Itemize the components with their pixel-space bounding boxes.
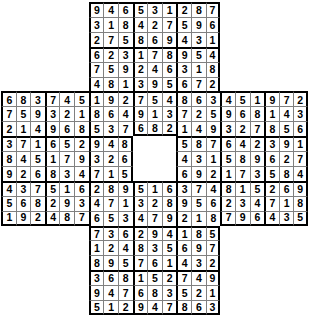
sudoku-cell-r10c9[interactable]: 8 — [118, 136, 133, 151]
sudoku-cell-r14c21[interactable]: 8 — [293, 196, 308, 211]
sudoku-cell-r13c19[interactable]: 2 — [264, 181, 279, 196]
sudoku-cell-r10c20[interactable]: 9 — [279, 136, 294, 151]
sudoku-cell-r7c13[interactable]: 8 — [176, 91, 191, 106]
sudoku-cell-r8c2[interactable]: 5 — [16, 106, 31, 121]
sudoku-cell-r11c7[interactable]: 3 — [89, 151, 104, 166]
sudoku-cell-r9c15[interactable]: 9 — [206, 121, 221, 136]
sudoku-cell-r15c19[interactable]: 4 — [264, 211, 279, 226]
sudoku-cell-r3c15[interactable]: 1 — [206, 32, 221, 47]
sudoku-cell-r3c8[interactable]: 7 — [103, 32, 118, 47]
empty-region — [250, 17, 265, 32]
sudoku-cell-r9c13[interactable]: 1 — [176, 121, 191, 136]
sudoku-cell-r5c12[interactable]: 6 — [162, 62, 177, 77]
sudoku-cell-r9c6[interactable]: 8 — [74, 121, 89, 136]
sudoku-cell-r1c11[interactable]: 3 — [147, 2, 162, 17]
sudoku-cell-r1c10[interactable]: 5 — [133, 2, 148, 17]
sudoku-cell-r14c10[interactable]: 3 — [133, 196, 148, 211]
sudoku-cell-r8c7[interactable]: 8 — [89, 106, 104, 121]
sudoku-cell-r9c20[interactable]: 5 — [279, 121, 294, 136]
sudoku-cell-r17c7[interactable]: 1 — [89, 240, 104, 255]
sudoku-cell-r2c8[interactable]: 1 — [103, 17, 118, 32]
sudoku-cell-r9c11[interactable]: 8 — [147, 121, 162, 136]
sudoku-cell-r15c13[interactable]: 2 — [176, 211, 191, 226]
sudoku-cell-r7c12[interactable]: 4 — [162, 91, 177, 106]
sudoku-cell-r7c20[interactable]: 7 — [279, 91, 294, 106]
sudoku-cell-r7c1[interactable]: 6 — [1, 91, 16, 106]
sudoku-cell-r10c7[interactable]: 9 — [89, 136, 104, 151]
sudoku-cell-r14c3[interactable]: 8 — [30, 196, 45, 211]
sudoku-cell-r9c3[interactable]: 4 — [30, 121, 45, 136]
sudoku-cell-r13c7[interactable]: 2 — [89, 181, 104, 196]
sudoku-cell-r7c16[interactable]: 4 — [220, 91, 235, 106]
sudoku-cell-r14c13[interactable]: 9 — [176, 196, 191, 211]
sudoku-cell-r7c4[interactable]: 7 — [45, 91, 60, 106]
sudoku-cell-r3c7[interactable]: 2 — [89, 32, 104, 47]
sudoku-cell-r20c7[interactable]: 9 — [89, 285, 104, 300]
sudoku-cell-r15c6[interactable]: 7 — [74, 211, 89, 226]
sudoku-cell-r18c12[interactable]: 1 — [162, 255, 177, 270]
sudoku-cell-r2c11[interactable]: 2 — [147, 17, 162, 32]
sudoku-cell-r7c8[interactable]: 9 — [103, 91, 118, 106]
sudoku-cell-r6c14[interactable]: 7 — [191, 77, 206, 92]
empty-region — [162, 136, 177, 151]
sudoku-cell-r1c9[interactable]: 6 — [118, 2, 133, 17]
sudoku-cell-r14c14[interactable]: 5 — [191, 196, 206, 211]
sudoku-cell-r8c6[interactable]: 1 — [74, 106, 89, 121]
sudoku-cell-r10c14[interactable]: 8 — [191, 136, 206, 151]
sudoku-cell-r20c8[interactable]: 4 — [103, 285, 118, 300]
sudoku-cell-r10c13[interactable]: 5 — [176, 136, 191, 151]
sudoku-cell-r4c8[interactable]: 2 — [103, 47, 118, 62]
sudoku-cell-r11c17[interactable]: 8 — [235, 151, 250, 166]
sudoku-cell-r7c14[interactable]: 6 — [191, 91, 206, 106]
empty-region — [250, 285, 265, 300]
sudoku-cell-r5c7[interactable]: 7 — [89, 62, 104, 77]
sudoku-cell-r9c18[interactable]: 7 — [250, 121, 265, 136]
sudoku-cell-r8c4[interactable]: 3 — [45, 106, 60, 121]
sudoku-cell-r11c3[interactable]: 5 — [30, 151, 45, 166]
sudoku-cell-r3c12[interactable]: 9 — [162, 32, 177, 47]
sudoku-cell-r7c10[interactable]: 7 — [133, 91, 148, 106]
sudoku-cell-r9c10[interactable]: 6 — [133, 121, 148, 136]
sudoku-cell-r18c9[interactable]: 5 — [118, 255, 133, 270]
sudoku-cell-r9c7[interactable]: 5 — [89, 121, 104, 136]
sudoku-cell-r14c2[interactable]: 6 — [16, 196, 31, 211]
sudoku-cell-r8c8[interactable]: 6 — [103, 106, 118, 121]
sudoku-cell-r14c4[interactable]: 2 — [45, 196, 60, 211]
sudoku-cell-r8c3[interactable]: 9 — [30, 106, 45, 121]
sudoku-cell-r15c17[interactable]: 9 — [235, 211, 250, 226]
sudoku-cell-r18c14[interactable]: 3 — [191, 255, 206, 270]
empty-region — [30, 226, 45, 241]
sudoku-cell-r18c15[interactable]: 2 — [206, 255, 221, 270]
sudoku-cell-r7c5[interactable]: 4 — [59, 91, 74, 106]
sudoku-cell-r14c17[interactable]: 3 — [235, 196, 250, 211]
sudoku-cell-r16c10[interactable]: 2 — [133, 226, 148, 241]
sudoku-cell-r20c10[interactable]: 6 — [133, 285, 148, 300]
sudoku-cell-r5c10[interactable]: 2 — [133, 62, 148, 77]
sudoku-cell-r21c7[interactable]: 5 — [89, 300, 104, 315]
sudoku-cell-r9c5[interactable]: 6 — [59, 121, 74, 136]
sudoku-cell-r12c21[interactable]: 4 — [293, 166, 308, 181]
sudoku-cell-r15c15[interactable]: 8 — [206, 211, 221, 226]
sudoku-cell-r13c3[interactable]: 7 — [30, 181, 45, 196]
sudoku-cell-r21c14[interactable]: 6 — [191, 300, 206, 315]
sudoku-cell-r1c8[interactable]: 4 — [103, 2, 118, 17]
sudoku-cell-r11c8[interactable]: 2 — [103, 151, 118, 166]
empty-region — [59, 62, 74, 77]
empty-region — [220, 255, 235, 270]
sudoku-cell-r15c11[interactable]: 7 — [147, 211, 162, 226]
sudoku-cell-r13c15[interactable]: 4 — [206, 181, 221, 196]
sudoku-cell-r1c14[interactable]: 8 — [191, 2, 206, 17]
sudoku-cell-r17c13[interactable]: 6 — [176, 240, 191, 255]
sudoku-cell-r13c11[interactable]: 1 — [147, 181, 162, 196]
sudoku-cell-r10c18[interactable]: 2 — [250, 136, 265, 151]
sudoku-cell-r4c10[interactable]: 1 — [133, 47, 148, 62]
sudoku-cell-r10c21[interactable]: 1 — [293, 136, 308, 151]
sudoku-cell-r18c8[interactable]: 9 — [103, 255, 118, 270]
sudoku-cell-r1c13[interactable]: 2 — [176, 2, 191, 17]
sudoku-cell-r13c4[interactable]: 5 — [45, 181, 60, 196]
sudoku-cell-r10c3[interactable]: 1 — [30, 136, 45, 151]
sudoku-cell-r6c15[interactable]: 2 — [206, 77, 221, 92]
sudoku-cell-r18c13[interactable]: 4 — [176, 255, 191, 270]
sudoku-cell-r17c9[interactable]: 4 — [118, 240, 133, 255]
sudoku-cell-r6c11[interactable]: 9 — [147, 77, 162, 92]
sudoku-cell-r10c5[interactable]: 5 — [59, 136, 74, 151]
sudoku-cell-r17c10[interactable]: 8 — [133, 240, 148, 255]
sudoku-cell-r14c1[interactable]: 5 — [1, 196, 16, 211]
sudoku-cell-r17c14[interactable]: 9 — [191, 240, 206, 255]
sudoku-cell-r6c8[interactable]: 8 — [103, 77, 118, 92]
sudoku-cell-r1c15[interactable]: 7 — [206, 2, 221, 17]
sudoku-cell-r10c1[interactable]: 3 — [1, 136, 16, 151]
sudoku-cell-r12c3[interactable]: 6 — [30, 166, 45, 181]
sudoku-cell-r13c1[interactable]: 4 — [1, 181, 16, 196]
sudoku-cell-r4c14[interactable]: 5 — [191, 47, 206, 62]
sudoku-cell-r11c2[interactable]: 4 — [16, 151, 31, 166]
sudoku-cell-r21c8[interactable]: 1 — [103, 300, 118, 315]
sudoku-cell-r2c13[interactable]: 5 — [176, 17, 191, 32]
sudoku-cell-r11c4[interactable]: 1 — [45, 151, 60, 166]
sudoku-cell-r8c5[interactable]: 2 — [59, 106, 74, 121]
sudoku-cell-r9c8[interactable]: 3 — [103, 121, 118, 136]
sudoku-cell-r2c9[interactable]: 8 — [118, 17, 133, 32]
sudoku-cell-r11c13[interactable]: 4 — [176, 151, 191, 166]
sudoku-cell-r11c9[interactable]: 6 — [118, 151, 133, 166]
sudoku-cell-r3c14[interactable]: 3 — [191, 32, 206, 47]
empty-region — [133, 151, 148, 166]
sudoku-cell-r16c11[interactable]: 9 — [147, 226, 162, 241]
sudoku-cell-r14c11[interactable]: 2 — [147, 196, 162, 211]
sudoku-cell-r8c10[interactable]: 9 — [133, 106, 148, 121]
sudoku-cell-r10c16[interactable]: 6 — [220, 136, 235, 151]
sudoku-cell-r18c11[interactable]: 6 — [147, 255, 162, 270]
sudoku-cell-r12c8[interactable]: 1 — [103, 166, 118, 181]
sudoku-cell-r8c20[interactable]: 4 — [279, 106, 294, 121]
sudoku-cell-r8c1[interactable]: 7 — [1, 106, 16, 121]
sudoku-cell-r8c12[interactable]: 3 — [162, 106, 177, 121]
sudoku-cell-r3c10[interactable]: 8 — [133, 32, 148, 47]
sudoku-cell-r9c2[interactable]: 1 — [16, 121, 31, 136]
sudoku-cell-r13c16[interactable]: 8 — [220, 181, 235, 196]
sudoku-cell-r13c18[interactable]: 5 — [250, 181, 265, 196]
sudoku-cell-r9c17[interactable]: 2 — [235, 121, 250, 136]
sudoku-cell-r13c9[interactable]: 9 — [118, 181, 133, 196]
sudoku-cell-r18c7[interactable]: 8 — [89, 255, 104, 270]
sudoku-cell-r13c17[interactable]: 1 — [235, 181, 250, 196]
sudoku-cell-r16c14[interactable]: 8 — [191, 226, 206, 241]
sudoku-cell-r20c12[interactable]: 3 — [162, 285, 177, 300]
sudoku-cell-r12c5[interactable]: 3 — [59, 166, 74, 181]
sudoku-cell-r15c5[interactable]: 8 — [59, 211, 74, 226]
sudoku-cell-r12c14[interactable]: 9 — [191, 166, 206, 181]
sudoku-cell-r12c16[interactable]: 1 — [220, 166, 235, 181]
sudoku-cell-r1c7[interactable]: 9 — [89, 2, 104, 17]
sudoku-cell-r15c21[interactable]: 5 — [293, 211, 308, 226]
sudoku-cell-r19c11[interactable]: 5 — [147, 270, 162, 285]
sudoku-cell-r6c13[interactable]: 6 — [176, 77, 191, 92]
sudoku-cell-r20c9[interactable]: 7 — [118, 285, 133, 300]
sudoku-cell-r2c14[interactable]: 9 — [191, 17, 206, 32]
sudoku-cell-r6c7[interactable]: 4 — [89, 77, 104, 92]
sudoku-cell-r16c12[interactable]: 4 — [162, 226, 177, 241]
sudoku-cell-r19c12[interactable]: 2 — [162, 270, 177, 285]
sudoku-cell-r13c6[interactable]: 6 — [74, 181, 89, 196]
sudoku-cell-r20c14[interactable]: 2 — [191, 285, 206, 300]
sudoku-cell-r13c20[interactable]: 6 — [279, 181, 294, 196]
sudoku-cell-r7c9[interactable]: 2 — [118, 91, 133, 106]
sudoku-cell-r7c2[interactable]: 8 — [16, 91, 31, 106]
sudoku-cell-r11c20[interactable]: 2 — [279, 151, 294, 166]
sudoku-cell-r15c7[interactable]: 6 — [89, 211, 104, 226]
sudoku-cell-r8c9[interactable]: 4 — [118, 106, 133, 121]
sudoku-cell-r13c2[interactable]: 3 — [16, 181, 31, 196]
sudoku-cell-r7c15[interactable]: 3 — [206, 91, 221, 106]
sudoku-cell-r13c13[interactable]: 3 — [176, 181, 191, 196]
sudoku-cell-r2c12[interactable]: 7 — [162, 17, 177, 32]
sudoku-cell-r15c10[interactable]: 4 — [133, 211, 148, 226]
sudoku-cell-r5c11[interactable]: 4 — [147, 62, 162, 77]
sudoku-cell-r17c12[interactable]: 5 — [162, 240, 177, 255]
sudoku-cell-r12c18[interactable]: 3 — [250, 166, 265, 181]
sudoku-cell-r19c13[interactable]: 7 — [176, 270, 191, 285]
sudoku-cell-r14c9[interactable]: 1 — [118, 196, 133, 211]
sudoku-cell-r12c19[interactable]: 5 — [264, 166, 279, 181]
sudoku-cell-r14c12[interactable]: 8 — [162, 196, 177, 211]
sudoku-cell-r3c9[interactable]: 5 — [118, 32, 133, 47]
sudoku-cell-r6c9[interactable]: 1 — [118, 77, 133, 92]
sudoku-cell-r16c9[interactable]: 6 — [118, 226, 133, 241]
sudoku-cell-r8c18[interactable]: 8 — [250, 106, 265, 121]
sudoku-cell-r12c13[interactable]: 6 — [176, 166, 191, 181]
sudoku-cell-r15c3[interactable]: 2 — [30, 211, 45, 226]
sudoku-cell-r14c7[interactable]: 4 — [89, 196, 104, 211]
sudoku-cell-r12c17[interactable]: 7 — [235, 166, 250, 181]
sudoku-cell-r21c15[interactable]: 3 — [206, 300, 221, 315]
empty-region — [30, 62, 45, 77]
empty-region — [235, 226, 250, 241]
sudoku-cell-r15c14[interactable]: 1 — [191, 211, 206, 226]
sudoku-cell-r12c2[interactable]: 2 — [16, 166, 31, 181]
sudoku-cell-r14c5[interactable]: 9 — [59, 196, 74, 211]
sudoku-cell-r15c4[interactable]: 4 — [45, 211, 60, 226]
sudoku-cell-r14c19[interactable]: 7 — [264, 196, 279, 211]
sudoku-cell-r19c8[interactable]: 6 — [103, 270, 118, 285]
sudoku-cell-r12c7[interactable]: 7 — [89, 166, 104, 181]
sudoku-cell-r2c15[interactable]: 6 — [206, 17, 221, 32]
empty-region — [1, 300, 16, 315]
sudoku-cell-r15c1[interactable]: 1 — [1, 211, 16, 226]
sudoku-cell-r9c19[interactable]: 8 — [264, 121, 279, 136]
sudoku-cell-r4c12[interactable]: 8 — [162, 47, 177, 62]
sudoku-cell-r12c9[interactable]: 5 — [118, 166, 133, 181]
sudoku-cell-r13c14[interactable]: 7 — [191, 181, 206, 196]
sudoku-cell-r15c9[interactable]: 3 — [118, 211, 133, 226]
sudoku-cell-r9c4[interactable]: 9 — [45, 121, 60, 136]
sudoku-cell-r15c18[interactable]: 6 — [250, 211, 265, 226]
sudoku-cell-r4c13[interactable]: 9 — [176, 47, 191, 62]
sudoku-cell-r7c3[interactable]: 3 — [30, 91, 45, 106]
sudoku-cell-r11c16[interactable]: 5 — [220, 151, 235, 166]
sudoku-cell-r4c11[interactable]: 7 — [147, 47, 162, 62]
sudoku-cell-r8c11[interactable]: 1 — [147, 106, 162, 121]
sudoku-cell-r13c21[interactable]: 9 — [293, 181, 308, 196]
sudoku-cell-r15c12[interactable]: 9 — [162, 211, 177, 226]
sudoku-cell-r19c9[interactable]: 8 — [118, 270, 133, 285]
sudoku-cell-r21c12[interactable]: 7 — [162, 300, 177, 315]
sudoku-cell-r13c10[interactable]: 5 — [133, 181, 148, 196]
sudoku-cell-r17c11[interactable]: 3 — [147, 240, 162, 255]
sudoku-cell-r16c8[interactable]: 3 — [103, 226, 118, 241]
sudoku-cell-r14c15[interactable]: 6 — [206, 196, 221, 211]
sudoku-cell-r8c14[interactable]: 2 — [191, 106, 206, 121]
sudoku-cell-r4c7[interactable]: 6 — [89, 47, 104, 62]
sudoku-cell-r3c13[interactable]: 4 — [176, 32, 191, 47]
sudoku-cell-r9c1[interactable]: 2 — [1, 121, 16, 136]
sudoku-cell-r12c6[interactable]: 4 — [74, 166, 89, 181]
sudoku-cell-r2c10[interactable]: 4 — [133, 17, 148, 32]
sudoku-cell-r14c20[interactable]: 1 — [279, 196, 294, 211]
sudoku-cell-r8c13[interactable]: 7 — [176, 106, 191, 121]
sudoku-cell-r16c13[interactable]: 1 — [176, 226, 191, 241]
sudoku-cell-r5c13[interactable]: 3 — [176, 62, 191, 77]
sudoku-cell-r15c2[interactable]: 9 — [16, 211, 31, 226]
sudoku-cell-r20c13[interactable]: 5 — [176, 285, 191, 300]
sudoku-cell-r11c15[interactable]: 1 — [206, 151, 221, 166]
sudoku-cell-r13c8[interactable]: 8 — [103, 181, 118, 196]
sudoku-cell-r18c10[interactable]: 7 — [133, 255, 148, 270]
sudoku-cell-r1c12[interactable]: 1 — [162, 2, 177, 17]
sudoku-cell-r10c6[interactable]: 2 — [74, 136, 89, 151]
sudoku-cell-r10c4[interactable]: 6 — [45, 136, 60, 151]
sudoku-cell-r21c13[interactable]: 8 — [176, 300, 191, 315]
sudoku-cell-r16c15[interactable]: 5 — [206, 226, 221, 241]
sudoku-cell-r9c21[interactable]: 6 — [293, 121, 308, 136]
sudoku-cell-r14c18[interactable]: 4 — [250, 196, 265, 211]
empty-region — [279, 47, 294, 62]
sudoku-cell-r8c17[interactable]: 6 — [235, 106, 250, 121]
sudoku-cell-r17c8[interactable]: 2 — [103, 240, 118, 255]
sudoku-cell-r20c11[interactable]: 8 — [147, 285, 162, 300]
sudoku-cell-r7c19[interactable]: 9 — [264, 91, 279, 106]
sudoku-cell-r11c18[interactable]: 9 — [250, 151, 265, 166]
sudoku-cell-r7c7[interactable]: 1 — [89, 91, 104, 106]
sudoku-cell-r12c4[interactable]: 8 — [45, 166, 60, 181]
sudoku-cell-r11c21[interactable]: 7 — [293, 151, 308, 166]
sudoku-cell-r15c8[interactable]: 5 — [103, 211, 118, 226]
sudoku-cell-r19c7[interactable]: 3 — [89, 270, 104, 285]
sudoku-cell-r15c16[interactable]: 7 — [220, 211, 235, 226]
sudoku-cell-r6c12[interactable]: 5 — [162, 77, 177, 92]
sudoku-cell-r16c7[interactable]: 7 — [89, 226, 104, 241]
sudoku-cell-r12c15[interactable]: 2 — [206, 166, 221, 181]
sudoku-cell-r9c12[interactable]: 2 — [162, 121, 177, 136]
sudoku-cell-r4c15[interactable]: 4 — [206, 47, 221, 62]
sudoku-cell-r11c5[interactable]: 7 — [59, 151, 74, 166]
sudoku-cell-r8c19[interactable]: 1 — [264, 106, 279, 121]
sudoku-cell-r6c10[interactable]: 3 — [133, 77, 148, 92]
sudoku-cell-r19c14[interactable]: 4 — [191, 270, 206, 285]
sudoku-cell-r10c15[interactable]: 7 — [206, 136, 221, 151]
sudoku-cell-r10c17[interactable]: 4 — [235, 136, 250, 151]
sudoku-cell-r11c6[interactable]: 9 — [74, 151, 89, 166]
sudoku-cell-r19c15[interactable]: 9 — [206, 270, 221, 285]
sudoku-cell-r19c10[interactable]: 1 — [133, 270, 148, 285]
sudoku-cell-r21c10[interactable]: 9 — [133, 300, 148, 315]
sudoku-cell-r8c16[interactable]: 9 — [220, 106, 235, 121]
sudoku-cell-r7c11[interactable]: 5 — [147, 91, 162, 106]
sudoku-cell-r7c6[interactable]: 5 — [74, 91, 89, 106]
sudoku-cell-r7c21[interactable]: 2 — [293, 91, 308, 106]
sudoku-cell-r5c9[interactable]: 9 — [118, 62, 133, 77]
sudoku-cell-r14c6[interactable]: 3 — [74, 196, 89, 211]
empty-region — [235, 255, 250, 270]
sudoku-cell-r9c9[interactable]: 7 — [118, 121, 133, 136]
sudoku-cell-r13c12[interactable]: 6 — [162, 181, 177, 196]
sudoku-cell-r14c16[interactable]: 2 — [220, 196, 235, 211]
sudoku-cell-r15c20[interactable]: 3 — [279, 211, 294, 226]
sudoku-cell-r4c9[interactable]: 3 — [118, 47, 133, 62]
sudoku-cell-r11c19[interactable]: 6 — [264, 151, 279, 166]
sudoku-cell-r2c7[interactable]: 3 — [89, 17, 104, 32]
sudoku-cell-r11c1[interactable]: 8 — [1, 151, 16, 166]
sudoku-cell-r10c2[interactable]: 7 — [16, 136, 31, 151]
sudoku-cell-r21c9[interactable]: 2 — [118, 300, 133, 315]
sudoku-cell-r9c16[interactable]: 3 — [220, 121, 235, 136]
sudoku-cell-r8c15[interactable]: 5 — [206, 106, 221, 121]
sudoku-cell-r11c14[interactable]: 3 — [191, 151, 206, 166]
sudoku-cell-r7c17[interactable]: 5 — [235, 91, 250, 106]
sudoku-cell-r13c5[interactable]: 1 — [59, 181, 74, 196]
sudoku-cell-r10c19[interactable]: 3 — [264, 136, 279, 151]
sudoku-cell-r9c14[interactable]: 4 — [191, 121, 206, 136]
sudoku-cell-r3c11[interactable]: 6 — [147, 32, 162, 47]
sudoku-cell-r12c1[interactable]: 9 — [1, 166, 16, 181]
sudoku-cell-r12c20[interactable]: 8 — [279, 166, 294, 181]
sudoku-cell-r5c14[interactable]: 1 — [191, 62, 206, 77]
sudoku-cell-r5c8[interactable]: 5 — [103, 62, 118, 77]
sudoku-cell-r20c15[interactable]: 1 — [206, 285, 221, 300]
sudoku-cell-r21c11[interactable]: 4 — [147, 300, 162, 315]
sudoku-cell-r17c15[interactable]: 7 — [206, 240, 221, 255]
sudoku-cell-r14c8[interactable]: 7 — [103, 196, 118, 211]
sudoku-cell-r7c18[interactable]: 1 — [250, 91, 265, 106]
sudoku-cell-r10c8[interactable]: 4 — [103, 136, 118, 151]
sudoku-cell-r5c15[interactable]: 8 — [206, 62, 221, 77]
sudoku-cell-r8c21[interactable]: 3 — [293, 106, 308, 121]
